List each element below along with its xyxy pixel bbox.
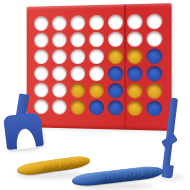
board-cell-r6c4 xyxy=(87,99,106,116)
board-cell-r5c4 xyxy=(87,82,106,99)
board-cell-r3c4 xyxy=(87,48,106,65)
blue-disc xyxy=(108,66,123,81)
board-grid xyxy=(32,13,164,118)
empty-slot xyxy=(89,66,104,81)
board-cell-r1c4 xyxy=(87,14,106,31)
board-cell-r4c2 xyxy=(50,65,68,82)
blue-disc xyxy=(89,100,104,115)
yellow-disc xyxy=(70,100,85,115)
board-cell-r2c6 xyxy=(125,30,144,47)
blue-disc xyxy=(108,100,123,115)
board-cell-r4c6 xyxy=(125,65,144,82)
yellow-disc xyxy=(127,100,142,115)
board-cell-r5c3 xyxy=(69,82,88,99)
board-cell-r6c3 xyxy=(69,99,88,116)
empty-slot xyxy=(147,14,163,30)
connect-four-board xyxy=(27,3,172,131)
empty-slot xyxy=(89,15,104,30)
board-panel-seam xyxy=(124,4,126,129)
board-cell-r2c2 xyxy=(50,31,68,48)
empty-slot xyxy=(34,49,48,64)
empty-slot xyxy=(34,83,48,98)
empty-slot xyxy=(89,49,104,64)
board-cell-r2c3 xyxy=(69,31,88,48)
empty-slot xyxy=(89,32,104,47)
empty-slot xyxy=(52,32,66,47)
board-cell-r4c4 xyxy=(87,65,106,82)
empty-slot xyxy=(127,14,142,30)
empty-slot xyxy=(52,49,66,64)
board-cell-r2c4 xyxy=(87,31,106,48)
yellow-disc xyxy=(127,83,142,98)
empty-slot xyxy=(70,15,85,30)
blue-disc xyxy=(147,66,163,81)
left-foot-arch xyxy=(3,112,44,150)
board-cell-r4c1 xyxy=(32,65,50,82)
board-cell-r1c6 xyxy=(125,13,144,31)
right-leg-foot xyxy=(163,165,174,179)
board-cell-r3c5 xyxy=(106,48,125,65)
empty-slot xyxy=(70,32,85,47)
empty-slot xyxy=(70,66,85,81)
board-cell-r4c3 xyxy=(69,65,88,82)
board-cell-r6c7 xyxy=(145,100,165,118)
empty-slot xyxy=(147,31,163,47)
board-cell-r1c2 xyxy=(50,15,68,32)
empty-slot xyxy=(34,33,48,48)
empty-slot xyxy=(108,14,123,29)
board-cell-r1c3 xyxy=(69,14,88,31)
empty-slot xyxy=(70,49,85,64)
board-cell-r5c5 xyxy=(106,82,125,99)
empty-slot xyxy=(52,83,66,98)
empty-slot xyxy=(52,99,66,114)
board-cell-r1c1 xyxy=(32,15,50,32)
blue-disc xyxy=(147,49,163,64)
blue-disc xyxy=(127,66,142,81)
empty-slot xyxy=(52,66,66,81)
empty-slot xyxy=(127,31,142,46)
board-cell-r5c6 xyxy=(125,82,144,99)
board-cell-r6c2 xyxy=(50,98,68,115)
board-cell-r1c7 xyxy=(145,13,165,31)
board-cell-r2c1 xyxy=(32,32,50,49)
board-cell-r3c3 xyxy=(69,48,88,65)
board-cell-r4c7 xyxy=(145,65,165,82)
yellow-disc xyxy=(127,49,142,64)
giant-connect-four-photo xyxy=(0,0,190,190)
board-cell-r5c1 xyxy=(32,82,50,99)
board-cell-r5c2 xyxy=(50,82,68,99)
empty-slot xyxy=(34,66,48,81)
board-cell-r4c5 xyxy=(106,65,125,82)
board-cell-r3c1 xyxy=(32,48,50,65)
board-cell-r2c5 xyxy=(106,31,125,48)
empty-slot xyxy=(34,16,48,31)
yellow-disc xyxy=(108,49,123,64)
empty-slot xyxy=(52,16,66,31)
blue-disc xyxy=(108,83,123,98)
empty-slot xyxy=(108,32,123,47)
board-cell-r2c7 xyxy=(145,30,165,48)
board-cell-r3c6 xyxy=(125,48,144,65)
board-cell-r5c7 xyxy=(145,82,165,100)
board-cell-r3c2 xyxy=(50,48,68,65)
left-foot xyxy=(3,112,44,150)
board-cell-r6c5 xyxy=(106,99,125,116)
board-cell-r1c5 xyxy=(106,13,125,30)
yellow-disc xyxy=(147,83,163,99)
blue-disc xyxy=(147,101,163,117)
board-cell-r3c7 xyxy=(145,47,165,64)
yellow-disc xyxy=(70,83,85,98)
yellow-disc xyxy=(89,83,104,98)
board-cell-r6c6 xyxy=(125,99,144,117)
